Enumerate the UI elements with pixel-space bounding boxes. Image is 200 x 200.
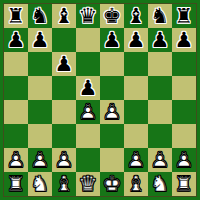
white-piece-detail: ♕ bbox=[76, 172, 100, 196]
square-h7[interactable]: ♟ bbox=[172, 28, 196, 52]
square-a7[interactable]: ♟ bbox=[4, 28, 28, 52]
white-piece-detail: ♙ bbox=[28, 148, 52, 172]
square-e2[interactable] bbox=[100, 148, 124, 172]
square-e6[interactable] bbox=[100, 52, 124, 76]
white-king[interactable]: ♚♔ bbox=[100, 172, 124, 196]
square-h5[interactable] bbox=[172, 76, 196, 100]
square-c2[interactable]: ♟♙ bbox=[52, 148, 76, 172]
square-d4[interactable]: ♟♙ bbox=[76, 100, 100, 124]
white-piece-detail: ♙ bbox=[100, 100, 124, 124]
white-bishop[interactable]: ♝♗ bbox=[124, 172, 148, 196]
black-knight[interactable]: ♞ bbox=[148, 4, 172, 28]
square-d8[interactable]: ♛ bbox=[76, 4, 100, 28]
black-bishop[interactable]: ♝ bbox=[124, 4, 148, 28]
square-e1[interactable]: ♚♔ bbox=[100, 172, 124, 196]
square-b7[interactable]: ♟ bbox=[28, 28, 52, 52]
square-a5[interactable] bbox=[4, 76, 28, 100]
black-pawn[interactable]: ♟ bbox=[100, 28, 124, 52]
white-pawn[interactable]: ♟♙ bbox=[4, 148, 28, 172]
square-d1[interactable]: ♛♕ bbox=[76, 172, 100, 196]
square-f6[interactable] bbox=[124, 52, 148, 76]
white-piece-detail: ♖ bbox=[4, 172, 28, 196]
square-f1[interactable]: ♝♗ bbox=[124, 172, 148, 196]
white-knight[interactable]: ♞♘ bbox=[148, 172, 172, 196]
square-g1[interactable]: ♞♘ bbox=[148, 172, 172, 196]
white-pawn[interactable]: ♟♙ bbox=[76, 100, 100, 124]
white-pawn[interactable]: ♟♙ bbox=[100, 100, 124, 124]
black-pawn[interactable]: ♟ bbox=[172, 28, 196, 52]
square-f4[interactable] bbox=[124, 100, 148, 124]
square-d7[interactable] bbox=[76, 28, 100, 52]
black-rook[interactable]: ♜ bbox=[4, 4, 28, 28]
black-king[interactable]: ♚ bbox=[100, 4, 124, 28]
black-pawn[interactable]: ♟ bbox=[52, 52, 76, 76]
white-piece-detail: ♙ bbox=[124, 148, 148, 172]
square-d2[interactable] bbox=[76, 148, 100, 172]
white-piece-detail: ♖ bbox=[172, 172, 196, 196]
square-a6[interactable] bbox=[4, 52, 28, 76]
white-piece-detail: ♙ bbox=[4, 148, 28, 172]
white-piece-detail: ♗ bbox=[52, 172, 76, 196]
square-c4[interactable] bbox=[52, 100, 76, 124]
square-a8[interactable]: ♜ bbox=[4, 4, 28, 28]
square-e5[interactable] bbox=[100, 76, 124, 100]
white-piece-detail: ♘ bbox=[148, 172, 172, 196]
black-pawn[interactable]: ♟ bbox=[28, 28, 52, 52]
square-b3[interactable] bbox=[28, 124, 52, 148]
square-c6[interactable]: ♟ bbox=[52, 52, 76, 76]
square-f7[interactable]: ♟ bbox=[124, 28, 148, 52]
white-pawn[interactable]: ♟♙ bbox=[52, 148, 76, 172]
square-a2[interactable]: ♟♙ bbox=[4, 148, 28, 172]
white-rook[interactable]: ♜♖ bbox=[172, 172, 196, 196]
square-b4[interactable] bbox=[28, 100, 52, 124]
square-f2[interactable]: ♟♙ bbox=[124, 148, 148, 172]
square-f5[interactable] bbox=[124, 76, 148, 100]
black-pawn[interactable]: ♟ bbox=[4, 28, 28, 52]
white-pawn[interactable]: ♟♙ bbox=[124, 148, 148, 172]
white-pawn[interactable]: ♟♙ bbox=[172, 148, 196, 172]
square-c5[interactable] bbox=[52, 76, 76, 100]
square-g5[interactable] bbox=[148, 76, 172, 100]
square-e4[interactable]: ♟♙ bbox=[100, 100, 124, 124]
black-rook[interactable]: ♜ bbox=[172, 4, 196, 28]
square-d6[interactable] bbox=[76, 52, 100, 76]
white-pawn[interactable]: ♟♙ bbox=[28, 148, 52, 172]
square-h6[interactable] bbox=[172, 52, 196, 76]
chess-board: ♜♞♝♛♚♝♞♜♟♟♟♟♟♟♟♟♟♙♟♙♟♙♟♙♟♙♟♙♟♙♟♙♜♖♞♘♝♗♛♕… bbox=[3, 3, 197, 197]
square-h1[interactable]: ♜♖ bbox=[172, 172, 196, 196]
black-bishop[interactable]: ♝ bbox=[52, 4, 76, 28]
white-piece-detail: ♗ bbox=[124, 172, 148, 196]
square-e3[interactable] bbox=[100, 124, 124, 148]
square-b8[interactable]: ♞ bbox=[28, 4, 52, 28]
square-a3[interactable] bbox=[4, 124, 28, 148]
square-g3[interactable] bbox=[148, 124, 172, 148]
white-piece-detail: ♙ bbox=[148, 148, 172, 172]
square-b6[interactable] bbox=[28, 52, 52, 76]
square-f8[interactable]: ♝ bbox=[124, 4, 148, 28]
square-e7[interactable]: ♟ bbox=[100, 28, 124, 52]
white-rook[interactable]: ♜♖ bbox=[4, 172, 28, 196]
square-g2[interactable]: ♟♙ bbox=[148, 148, 172, 172]
white-piece-detail: ♙ bbox=[172, 148, 196, 172]
black-knight[interactable]: ♞ bbox=[28, 4, 52, 28]
square-b5[interactable] bbox=[28, 76, 52, 100]
square-g6[interactable] bbox=[148, 52, 172, 76]
square-d3[interactable] bbox=[76, 124, 100, 148]
square-g8[interactable]: ♞ bbox=[148, 4, 172, 28]
square-c3[interactable] bbox=[52, 124, 76, 148]
white-bishop[interactable]: ♝♗ bbox=[52, 172, 76, 196]
white-piece-detail: ♙ bbox=[52, 148, 76, 172]
square-e8[interactable]: ♚ bbox=[100, 4, 124, 28]
square-h8[interactable]: ♜ bbox=[172, 4, 196, 28]
white-queen[interactable]: ♛♕ bbox=[76, 172, 100, 196]
square-c1[interactable]: ♝♗ bbox=[52, 172, 76, 196]
white-piece-detail: ♘ bbox=[28, 172, 52, 196]
white-piece-detail: ♙ bbox=[76, 100, 100, 124]
square-g4[interactable] bbox=[148, 100, 172, 124]
chess-board-frame: ♜♞♝♛♚♝♞♜♟♟♟♟♟♟♟♟♟♙♟♙♟♙♟♙♟♙♟♙♟♙♟♙♜♖♞♘♝♗♛♕… bbox=[0, 0, 200, 200]
black-pawn[interactable]: ♟ bbox=[148, 28, 172, 52]
black-queen[interactable]: ♛ bbox=[76, 4, 100, 28]
white-pawn[interactable]: ♟♙ bbox=[148, 148, 172, 172]
white-knight[interactable]: ♞♘ bbox=[28, 172, 52, 196]
square-c8[interactable]: ♝ bbox=[52, 4, 76, 28]
square-a1[interactable]: ♜♖ bbox=[4, 172, 28, 196]
square-f3[interactable] bbox=[124, 124, 148, 148]
square-b1[interactable]: ♞♘ bbox=[28, 172, 52, 196]
white-piece-detail: ♔ bbox=[100, 172, 124, 196]
square-a4[interactable] bbox=[4, 100, 28, 124]
black-pawn[interactable]: ♟ bbox=[124, 28, 148, 52]
square-h2[interactable]: ♟♙ bbox=[172, 148, 196, 172]
black-pawn[interactable]: ♟ bbox=[76, 76, 100, 100]
square-h4[interactable] bbox=[172, 100, 196, 124]
square-h3[interactable] bbox=[172, 124, 196, 148]
square-d5[interactable]: ♟ bbox=[76, 76, 100, 100]
square-c7[interactable] bbox=[52, 28, 76, 52]
square-b2[interactable]: ♟♙ bbox=[28, 148, 52, 172]
square-g7[interactable]: ♟ bbox=[148, 28, 172, 52]
